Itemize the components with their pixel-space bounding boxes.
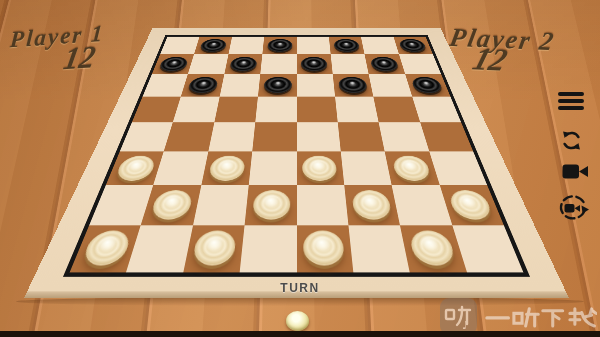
board-scene [24, 0, 569, 298]
square-c8[interactable] [228, 37, 264, 55]
square-e5[interactable] [297, 97, 338, 122]
square-e7[interactable] [297, 54, 333, 74]
square-h2[interactable] [440, 185, 504, 225]
square-b5[interactable] [173, 97, 219, 122]
square-c3[interactable] [201, 151, 252, 185]
light-checker-piece[interactable] [391, 155, 431, 180]
square-e2[interactable] [297, 185, 349, 225]
refresh-icon [560, 129, 583, 152]
game-stage: Player 1 12 Player 2 12 TURN [0, 0, 600, 337]
rotate-camera-button[interactable] [556, 192, 590, 224]
watermark-logo-icon: ♪ [440, 298, 477, 335]
dark-checker-piece[interactable] [411, 77, 445, 94]
square-b3[interactable] [153, 151, 208, 185]
square-h5[interactable] [412, 97, 461, 122]
square-b6[interactable] [181, 74, 224, 96]
dark-checker-piece[interactable] [370, 57, 400, 72]
light-checker-piece[interactable] [447, 190, 494, 219]
square-h3[interactable] [429, 151, 487, 185]
square-d7[interactable] [260, 54, 296, 74]
light-checker-piece[interactable] [302, 155, 337, 180]
light-checker-piece[interactable] [252, 190, 290, 219]
square-c4[interactable] [208, 122, 255, 151]
square-c2[interactable] [193, 185, 249, 225]
square-d6[interactable] [258, 74, 296, 96]
camera-view-button[interactable] [562, 163, 589, 180]
dark-checker-piece[interactable] [398, 39, 427, 52]
checkers-board[interactable] [24, 28, 569, 298]
dark-checker-piece[interactable] [338, 77, 368, 94]
light-checker-piece[interactable] [192, 231, 238, 266]
light-checker-piece[interactable] [80, 231, 133, 266]
light-checker-piece[interactable] [303, 231, 345, 266]
dark-checker-piece[interactable] [199, 39, 227, 52]
light-checker-piece[interactable] [408, 231, 457, 266]
hamburger-icon [558, 92, 584, 110]
square-d2[interactable] [245, 185, 297, 225]
turn-label: TURN [0, 281, 600, 295]
square-b7[interactable] [188, 54, 228, 74]
square-f5[interactable] [335, 97, 379, 122]
square-b4[interactable] [164, 122, 214, 151]
turn-indicator-piece [286, 311, 309, 331]
square-e4[interactable] [297, 122, 341, 151]
watermark-text [485, 302, 597, 332]
menu-button[interactable] [558, 92, 584, 110]
square-e1[interactable] [297, 225, 354, 272]
square-f6[interactable] [333, 74, 374, 96]
board-frame [27, 28, 566, 292]
square-b8[interactable] [194, 37, 232, 55]
square-h6[interactable] [405, 74, 450, 96]
square-f3[interactable] [341, 151, 392, 185]
square-e8[interactable] [297, 37, 331, 55]
video-camera-icon [562, 163, 589, 180]
square-h8[interactable] [393, 37, 433, 55]
square-h4[interactable] [420, 122, 473, 151]
square-f2[interactable] [344, 185, 400, 225]
square-d1[interactable] [240, 225, 297, 272]
square-f4[interactable] [338, 122, 385, 151]
light-checker-piece[interactable] [208, 155, 246, 180]
square-h7[interactable] [399, 54, 441, 74]
board-grid[interactable] [63, 35, 530, 277]
square-c6[interactable] [220, 74, 261, 96]
square-d8[interactable] [262, 37, 296, 55]
light-checker-piece[interactable] [114, 155, 157, 180]
table-edge [0, 331, 600, 337]
dark-checker-piece[interactable] [333, 39, 360, 52]
square-f7[interactable] [331, 54, 369, 74]
camera-rotate-icon [556, 192, 590, 224]
square-e6[interactable] [297, 74, 335, 96]
light-checker-piece[interactable] [351, 190, 392, 219]
square-c7[interactable] [224, 54, 262, 74]
square-d3[interactable] [249, 151, 297, 185]
square-d5[interactable] [255, 97, 296, 122]
square-c5[interactable] [214, 97, 258, 122]
dark-checker-piece[interactable] [229, 57, 257, 72]
dark-checker-piece[interactable] [267, 39, 292, 52]
dark-checker-piece[interactable] [158, 57, 189, 72]
square-d4[interactable] [252, 122, 296, 151]
dark-checker-piece[interactable] [263, 77, 291, 94]
restart-button[interactable] [560, 129, 583, 152]
square-f8[interactable] [329, 37, 365, 55]
dark-checker-piece[interactable] [301, 57, 328, 72]
square-e3[interactable] [297, 151, 345, 185]
watermark: ♪ [440, 298, 597, 335]
dark-checker-piece[interactable] [187, 77, 219, 94]
light-checker-piece[interactable] [149, 190, 193, 219]
square-c1[interactable] [183, 225, 245, 272]
